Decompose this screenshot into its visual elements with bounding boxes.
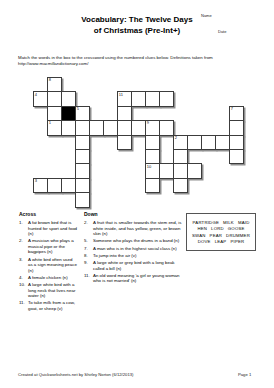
clue-item-text: To take milk from a cow, goat, or sheep … <box>28 300 78 311</box>
clue-item-number: 5. <box>84 238 93 244</box>
crossword-cell[interactable] <box>187 163 202 178</box>
crossword-grid: 841157192103 <box>33 77 245 209</box>
crossword-cell[interactable] <box>201 135 216 150</box>
crossword-cell[interactable] <box>159 120 174 135</box>
word-box-row: HENLORDGOOSE <box>197 226 244 231</box>
word-box-word: LORD <box>211 226 224 231</box>
word-box-word: HEN <box>197 226 207 231</box>
clue-item-text: To jump into the air (v) <box>93 253 184 259</box>
clue-number: 8 <box>49 78 51 82</box>
clue-item-text: A large white or grey bird with a long b… <box>93 260 184 271</box>
crossword-cell[interactable] <box>75 178 90 193</box>
clue-item: 8.To jump into the air (v) <box>84 253 184 259</box>
across-heading: Across <box>19 212 83 218</box>
crossword-cell[interactable] <box>173 149 188 164</box>
clue-item: 1.A fat brown bird that is hunted for sp… <box>19 220 83 237</box>
crossword-cell[interactable]: 3 <box>33 178 48 193</box>
clue-number: 9 <box>147 121 149 125</box>
crossword-cell[interactable]: 11 <box>117 91 132 106</box>
worksheet-page: Vocabulary: The Twelve Days of Christmas… <box>0 0 274 388</box>
page-title-line2: of Christmas (Pre-Int+) <box>0 26 274 37</box>
word-box-row: PARTRIDGEMILKMAID <box>193 220 250 225</box>
word-box-row: SWANPEARDRUMMER <box>192 233 250 238</box>
clue-number: 4 <box>35 93 37 97</box>
word-box-word: DRUMMER <box>226 233 250 238</box>
word-box-word: PEAR <box>210 233 223 238</box>
clue-item-number: 7. <box>84 246 93 252</box>
page-title: Vocabulary: The Twelve Days of Christmas… <box>0 15 274 36</box>
crossword-cell[interactable] <box>75 149 90 164</box>
clue-item: 11.To take milk from a cow, goat, or she… <box>19 300 83 311</box>
crossword-cell[interactable] <box>187 135 202 150</box>
clue-number: 7 <box>231 107 233 111</box>
crossword-cell[interactable]: 7 <box>229 106 244 121</box>
clue-item-text: A white bird often used as a sign meanin… <box>28 257 78 274</box>
clue-item-text: An old word meaning 'a girl or young wom… <box>93 273 184 284</box>
crossword-cell[interactable] <box>131 120 146 135</box>
crossword-cell[interactable] <box>47 178 62 193</box>
word-box: PARTRIDGEMILKMAIDHENLORDGOOSESWANPEARDRU… <box>186 213 256 251</box>
clue-item-text: A fat brown bird that is hunted for spor… <box>28 220 78 237</box>
clue-number: 2 <box>175 136 177 140</box>
clue-item-number: 4. <box>19 275 28 281</box>
crossword-cell[interactable] <box>117 135 132 150</box>
crossword-cell[interactable]: 4 <box>33 91 48 106</box>
clue-item: 5.Someone who plays the drums in a band … <box>84 238 184 244</box>
clue-item: 9.A large white or grey bird with a long… <box>84 260 184 271</box>
clue-item-number: 10. <box>19 282 28 299</box>
clue-item-text: A female chicken (n) <box>28 275 78 281</box>
word-box-word: LEAP <box>215 239 227 244</box>
footer-credit: Created at Quickworksheets.net by Shirle… <box>18 372 133 377</box>
word-box-word: MILK <box>223 220 234 225</box>
crossword-cell[interactable] <box>145 135 160 150</box>
clue-item-number: 2. <box>84 220 93 237</box>
word-box-word: DOVE <box>198 239 211 244</box>
crossword-cell[interactable] <box>145 91 160 106</box>
clue-item-text: A musician who plays a musical pipe or t… <box>28 238 78 255</box>
down-clues: Down 2.A fruit that is smaller towards t… <box>84 212 184 286</box>
crossword-cell[interactable]: 10 <box>145 163 160 178</box>
crossword-cell[interactable] <box>75 163 90 178</box>
down-heading: Down <box>84 212 184 218</box>
crossword-cell[interactable] <box>145 149 160 164</box>
clue-number: 3 <box>35 179 37 183</box>
crossword-cell[interactable] <box>229 149 244 164</box>
clue-number: 10 <box>147 165 151 169</box>
clue-item: 10.A large white bird with a long neck t… <box>19 282 83 299</box>
crossword-cell[interactable] <box>173 163 188 178</box>
clue-item-number: 8. <box>84 253 93 259</box>
blocked-cell <box>61 106 76 121</box>
clue-item-number: 9. <box>84 260 93 271</box>
clue-item-text: A man who is in the highest social class… <box>93 246 184 252</box>
date-label: Date <box>218 29 226 34</box>
clue-number: 1 <box>49 121 51 125</box>
crossword-cell[interactable]: 2 <box>173 135 188 150</box>
clue-item-text: Someone who plays the drums in a band (n… <box>93 238 184 244</box>
clue-item-text: A large white bird with a long neck that… <box>28 282 78 299</box>
clue-item-number: 11. <box>84 273 93 284</box>
crossword-cell[interactable] <box>75 135 90 150</box>
clue-item: 4.A female chicken (n) <box>19 275 83 281</box>
crossword-cell[interactable]: 5 <box>75 106 90 121</box>
clue-item: 2.A fruit that is smaller towards the st… <box>84 220 184 237</box>
clue-number: 5 <box>77 107 79 111</box>
name-label: Name <box>201 13 212 18</box>
page-title-line1: Vocabulary: The Twelve Days <box>0 15 274 26</box>
crossword-cell[interactable]: 8 <box>47 77 62 92</box>
crossword-cell[interactable] <box>229 135 244 150</box>
instructions-line2: http://www.macmillandictionary.com/ <box>18 61 258 67</box>
crossword-cell[interactable] <box>159 91 174 106</box>
crossword-cell[interactable] <box>173 178 188 193</box>
word-box-word: MAID <box>238 220 250 225</box>
crossword-cell[interactable] <box>131 91 146 106</box>
clue-item-number: 11. <box>19 300 28 311</box>
word-box-word: SWAN <box>192 233 206 238</box>
clue-item: 2.A musician who plays a musical pipe or… <box>19 238 83 255</box>
clue-item: 3.A white bird often used as a sign mean… <box>19 257 83 274</box>
crossword-cell[interactable] <box>47 91 62 106</box>
down-clue-list: 2.A fruit that is smaller towards the st… <box>84 220 184 284</box>
clue-number: 11 <box>119 93 123 97</box>
crossword-cell[interactable] <box>117 106 132 121</box>
crossword-cell[interactable] <box>75 192 90 207</box>
across-clue-list: 1.A fat brown bird that is hunted for sp… <box>19 220 83 311</box>
crossword-cell[interactable] <box>117 120 132 135</box>
word-box-row: DOVELEAPPIPER <box>198 239 245 244</box>
clue-item-number: 3. <box>19 257 28 274</box>
crossword-cell[interactable] <box>61 91 76 106</box>
across-clues: Across 1.A fat brown bird that is hunted… <box>19 212 83 313</box>
word-box-word: PARTRIDGE <box>193 220 219 225</box>
crossword-cell[interactable] <box>159 163 174 178</box>
instructions: Match the words in the box to the crossw… <box>18 55 258 66</box>
crossword-cell[interactable] <box>75 120 90 135</box>
crossword-cell[interactable] <box>89 120 104 135</box>
clue-item: 7.A man who is in the highest social cla… <box>84 246 184 252</box>
clue-item: 11.An old word meaning 'a girl or young … <box>84 273 184 284</box>
crossword-cell[interactable] <box>103 120 118 135</box>
crossword-cell[interactable] <box>47 106 62 121</box>
word-box-word: GOOSE <box>228 226 245 231</box>
crossword-cell[interactable] <box>61 120 76 135</box>
page-number: Page 1 <box>238 372 251 377</box>
crossword-cell[interactable] <box>229 120 244 135</box>
crossword-cell[interactable]: 1 <box>47 120 62 135</box>
clue-item-text: A fruit that is smaller towards the stem… <box>93 220 184 237</box>
word-box-word: PIPER <box>230 239 244 244</box>
crossword-cell[interactable] <box>215 135 230 150</box>
clue-item-number: 2. <box>19 238 28 255</box>
clue-item-number: 1. <box>19 220 28 237</box>
crossword-cell[interactable] <box>145 178 160 193</box>
crossword-cell[interactable] <box>61 178 76 193</box>
crossword-cell[interactable]: 9 <box>145 120 160 135</box>
